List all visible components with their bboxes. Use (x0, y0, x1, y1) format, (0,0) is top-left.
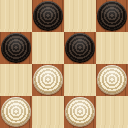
board-square[interactable] (96, 96, 128, 128)
checker-piece-dark[interactable] (33, 1, 63, 31)
checker-piece-dark[interactable] (65, 33, 95, 63)
board-square[interactable] (0, 96, 32, 128)
board-square[interactable] (0, 64, 32, 96)
board-square[interactable] (32, 96, 64, 128)
checker-piece-light[interactable] (97, 65, 127, 95)
board-square[interactable] (64, 64, 96, 96)
checker-piece-dark[interactable] (1, 33, 31, 63)
board-square[interactable] (0, 32, 32, 64)
board-square[interactable] (64, 96, 96, 128)
board-square[interactable] (96, 0, 128, 32)
board-square[interactable] (96, 64, 128, 96)
board-square[interactable] (0, 0, 32, 32)
board-square[interactable] (64, 0, 96, 32)
board-square[interactable] (64, 32, 96, 64)
checker-piece-light[interactable] (1, 97, 31, 127)
board-square[interactable] (32, 0, 64, 32)
board-square[interactable] (96, 32, 128, 64)
checker-piece-dark[interactable] (97, 1, 127, 31)
board-square[interactable] (32, 64, 64, 96)
board-square[interactable] (32, 32, 64, 64)
checkers-board (0, 0, 128, 128)
checker-piece-light[interactable] (65, 97, 95, 127)
checker-piece-light[interactable] (33, 65, 63, 95)
